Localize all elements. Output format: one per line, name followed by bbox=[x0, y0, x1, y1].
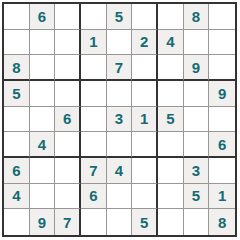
cell-r8c2[interactable] bbox=[30, 184, 56, 210]
cell-r7c3[interactable] bbox=[55, 158, 81, 184]
cell-r4c3[interactable] bbox=[55, 81, 81, 107]
cell-r3c3[interactable] bbox=[55, 55, 81, 81]
cell-r2c6[interactable]: 2 bbox=[132, 30, 158, 56]
cell-r5c6[interactable]: 1 bbox=[132, 107, 158, 133]
cell-r6c9[interactable]: 6 bbox=[209, 132, 235, 158]
cell-r1c5[interactable]: 5 bbox=[107, 4, 133, 30]
cell-r4c6[interactable] bbox=[132, 81, 158, 107]
cell-r5c5[interactable]: 3 bbox=[107, 107, 133, 133]
cell-r9c3[interactable]: 7 bbox=[55, 209, 81, 235]
cell-r4c5[interactable] bbox=[107, 81, 133, 107]
cell-r7c5[interactable]: 4 bbox=[107, 158, 133, 184]
cell-r6c5[interactable] bbox=[107, 132, 133, 158]
cell-r5c1[interactable] bbox=[4, 107, 30, 133]
cell-r2c5[interactable] bbox=[107, 30, 133, 56]
cell-r9c2[interactable]: 9 bbox=[30, 209, 56, 235]
cell-r5c4[interactable] bbox=[81, 107, 107, 133]
cell-r7c8[interactable]: 3 bbox=[184, 158, 210, 184]
cell-r3c9[interactable] bbox=[209, 55, 235, 81]
cell-r9c9[interactable]: 8 bbox=[209, 209, 235, 235]
cell-r6c8[interactable] bbox=[184, 132, 210, 158]
cell-r4c9[interactable]: 9 bbox=[209, 81, 235, 107]
cell-r1c8[interactable]: 8 bbox=[184, 4, 210, 30]
cell-r5c8[interactable] bbox=[184, 107, 210, 133]
cell-r1c1[interactable] bbox=[4, 4, 30, 30]
sudoku-page: 65812487959631546674346519758 bbox=[0, 0, 240, 240]
cell-r2c3[interactable] bbox=[55, 30, 81, 56]
cell-r3c4[interactable] bbox=[81, 55, 107, 81]
cell-r4c4[interactable] bbox=[81, 81, 107, 107]
cell-r4c8[interactable] bbox=[184, 81, 210, 107]
cell-r9c8[interactable] bbox=[184, 209, 210, 235]
cell-r7c9[interactable] bbox=[209, 158, 235, 184]
cell-r6c2[interactable]: 4 bbox=[30, 132, 56, 158]
cell-r2c2[interactable] bbox=[30, 30, 56, 56]
cell-r8c8[interactable]: 5 bbox=[184, 184, 210, 210]
cell-r1c9[interactable] bbox=[209, 4, 235, 30]
cell-r5c9[interactable] bbox=[209, 107, 235, 133]
cell-r7c4[interactable]: 7 bbox=[81, 158, 107, 184]
cell-r7c7[interactable] bbox=[158, 158, 184, 184]
cell-r8c5[interactable] bbox=[107, 184, 133, 210]
cell-r9c4[interactable] bbox=[81, 209, 107, 235]
cell-r1c4[interactable] bbox=[81, 4, 107, 30]
cell-r3c5[interactable]: 7 bbox=[107, 55, 133, 81]
cell-r9c1[interactable] bbox=[4, 209, 30, 235]
cell-r6c4[interactable] bbox=[81, 132, 107, 158]
cell-r8c9[interactable]: 1 bbox=[209, 184, 235, 210]
cell-r7c2[interactable] bbox=[30, 158, 56, 184]
cell-r8c1[interactable]: 4 bbox=[4, 184, 30, 210]
cell-r5c3[interactable]: 6 bbox=[55, 107, 81, 133]
cell-r5c7[interactable]: 5 bbox=[158, 107, 184, 133]
cell-r3c7[interactable] bbox=[158, 55, 184, 81]
cell-r9c6[interactable]: 5 bbox=[132, 209, 158, 235]
cell-r5c2[interactable] bbox=[30, 107, 56, 133]
cell-r1c7[interactable] bbox=[158, 4, 184, 30]
cell-r3c2[interactable] bbox=[30, 55, 56, 81]
cell-r6c1[interactable] bbox=[4, 132, 30, 158]
cell-r3c1[interactable]: 8 bbox=[4, 55, 30, 81]
cell-r1c3[interactable] bbox=[55, 4, 81, 30]
cell-r4c1[interactable]: 5 bbox=[4, 81, 30, 107]
cell-r2c8[interactable] bbox=[184, 30, 210, 56]
cell-r8c6[interactable] bbox=[132, 184, 158, 210]
cell-r2c4[interactable]: 1 bbox=[81, 30, 107, 56]
cell-r9c7[interactable] bbox=[158, 209, 184, 235]
cell-r6c3[interactable] bbox=[55, 132, 81, 158]
cell-r4c2[interactable] bbox=[30, 81, 56, 107]
sudoku-board: 65812487959631546674346519758 bbox=[2, 2, 237, 237]
cell-r4c7[interactable] bbox=[158, 81, 184, 107]
cell-r3c6[interactable] bbox=[132, 55, 158, 81]
cell-r2c9[interactable] bbox=[209, 30, 235, 56]
cell-r6c6[interactable] bbox=[132, 132, 158, 158]
cell-r7c1[interactable]: 6 bbox=[4, 158, 30, 184]
cell-r8c4[interactable]: 6 bbox=[81, 184, 107, 210]
cell-r3c8[interactable]: 9 bbox=[184, 55, 210, 81]
cell-r2c7[interactable]: 4 bbox=[158, 30, 184, 56]
cell-r7c6[interactable] bbox=[132, 158, 158, 184]
cell-r9c5[interactable] bbox=[107, 209, 133, 235]
cell-r1c2[interactable]: 6 bbox=[30, 4, 56, 30]
cell-r1c6[interactable] bbox=[132, 4, 158, 30]
cell-r2c1[interactable] bbox=[4, 30, 30, 56]
cell-r6c7[interactable] bbox=[158, 132, 184, 158]
cell-r8c3[interactable] bbox=[55, 184, 81, 210]
cell-r8c7[interactable] bbox=[158, 184, 184, 210]
